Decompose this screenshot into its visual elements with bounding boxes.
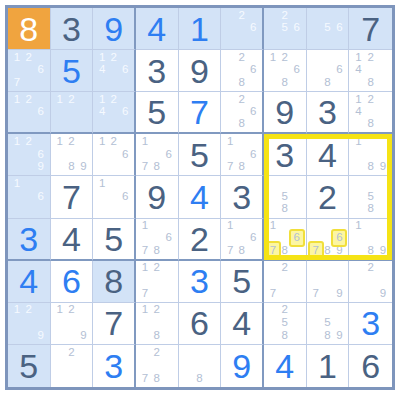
- cell-value: 5: [19, 349, 38, 383]
- pencil-mark: 2: [151, 346, 163, 359]
- cell-r3c5[interactable]: 7: [179, 92, 222, 134]
- pencil-mark: 8: [279, 203, 291, 216]
- pencil-marks: 16: [8, 176, 50, 217]
- pencil-mark: 2: [23, 93, 35, 105]
- cell-r2c8[interactable]: 68: [307, 50, 350, 92]
- cell-r4c5[interactable]: 5: [179, 134, 222, 176]
- pencil-mark: 1: [96, 135, 108, 148]
- cell-value: 9: [232, 349, 251, 383]
- cell-value: 3: [232, 180, 251, 214]
- pencil-mark: 7: [224, 244, 236, 256]
- cell-r3c7[interactable]: 9: [264, 92, 307, 134]
- pencil-mark: 6: [291, 22, 303, 35]
- cell-r1c7[interactable]: 256: [264, 8, 307, 50]
- cell-r1c6[interactable]: 26: [221, 8, 264, 50]
- pencil-mark: 9: [333, 329, 345, 342]
- pencil-mark: 4: [352, 64, 364, 77]
- pencil-mark: 1: [54, 304, 66, 317]
- pencil-mark-highlighted: 6: [331, 229, 347, 247]
- pencil-mark: 8: [365, 203, 377, 216]
- pencil-marks: 1246: [93, 50, 134, 91]
- sudoku-app: 8394126256567126751246392681268681248126…: [0, 0, 400, 398]
- pencil-marks: 58: [349, 176, 392, 217]
- cell-r6c8[interactable]: 6789: [307, 219, 350, 261]
- pencil-marks: 56: [307, 8, 349, 49]
- pencil-mark: 7: [224, 161, 236, 174]
- pencil-mark: 9: [377, 161, 389, 174]
- cell-r2c3[interactable]: 1246: [93, 50, 136, 92]
- cell-r5c9[interactable]: 58: [349, 176, 392, 218]
- cell-r3c4[interactable]: 5: [136, 92, 179, 134]
- pencil-mark: 1: [11, 135, 23, 148]
- cell-r9c3[interactable]: 3: [93, 345, 136, 387]
- pencil-mark-highlighted: 6: [289, 229, 305, 247]
- pencil-mark: 7: [139, 161, 151, 174]
- pencil-mark: 7: [139, 287, 151, 300]
- pencil-mark: 6: [247, 106, 259, 118]
- cell-r7c5[interactable]: 3: [179, 261, 222, 303]
- pencil-mark: 9: [35, 329, 47, 342]
- pencil-mark: 6: [35, 106, 47, 118]
- cell-value: 5: [232, 264, 251, 298]
- pencil-mark: 6: [119, 190, 131, 203]
- pencil-mark: 9: [333, 287, 345, 300]
- cell-r8c5[interactable]: 6: [179, 303, 222, 345]
- pencil-mark-highlighted: 7: [308, 241, 324, 259]
- cell-r6c3[interactable]: 5: [93, 219, 136, 261]
- pencil-mark: 6: [35, 148, 47, 161]
- cell-value: 9: [275, 95, 294, 129]
- pencil-marks: 29: [349, 261, 392, 302]
- pencil-mark: 4: [352, 106, 364, 118]
- pencil-mark: 2: [66, 304, 78, 317]
- cell-value: 3: [104, 349, 123, 383]
- cell-value: 4: [318, 138, 337, 172]
- cell-r4c3[interactable]: 126: [93, 134, 136, 176]
- pencil-mark: 2: [23, 304, 35, 317]
- pencil-marks: 16: [93, 176, 134, 217]
- cell-r8c7[interactable]: 258: [264, 303, 307, 345]
- cell-r2c2[interactable]: 5: [51, 50, 94, 92]
- pencil-marks: 1678: [136, 134, 178, 175]
- cell-value: 7: [190, 95, 209, 129]
- pencil-mark: 6: [119, 64, 131, 77]
- cell-r7c3[interactable]: 8: [93, 261, 136, 303]
- pencil-marks: 27: [264, 261, 306, 302]
- cell-r4c4[interactable]: 1678: [136, 134, 179, 176]
- pencil-mark: 1: [267, 220, 279, 232]
- pencil-mark: 8: [151, 244, 163, 256]
- cell-r2c1[interactable]: 1267: [8, 50, 51, 92]
- cell-value: 4: [275, 349, 294, 383]
- cell-value: 4: [19, 264, 38, 298]
- pencil-mark: 2: [279, 262, 291, 275]
- pencil-marks: 258: [264, 303, 306, 344]
- pencil-marks: 1268: [264, 50, 306, 91]
- pencil-mark: 1: [139, 220, 151, 232]
- pencil-mark: 1: [224, 220, 236, 232]
- pencil-mark: 8: [151, 329, 163, 342]
- cell-r3c2[interactable]: 12: [51, 92, 94, 134]
- pencil-marks: 68: [307, 50, 349, 91]
- pencil-mark: 6: [247, 148, 259, 161]
- pencil-mark: 6: [35, 64, 47, 77]
- cell-value: 5: [190, 138, 209, 172]
- pencil-marks: 126: [8, 92, 50, 132]
- pencil-mark: 2: [108, 51, 120, 64]
- pencil-mark: 6: [163, 148, 175, 161]
- pencil-marks: 256: [264, 8, 306, 49]
- pencil-mark: 2: [66, 135, 78, 148]
- pencil-mark: 1: [139, 135, 151, 148]
- pencil-mark: 2: [151, 304, 163, 317]
- pencil-mark: 6: [119, 106, 131, 118]
- cell-r7c8[interactable]: 79: [307, 261, 350, 303]
- pencil-mark: 5: [279, 190, 291, 203]
- pencil-marks: 1267: [8, 50, 50, 91]
- cell-r5c7[interactable]: 58: [264, 176, 307, 218]
- pencil-mark: 1: [352, 220, 364, 232]
- cell-r6c1[interactable]: 3: [8, 219, 51, 261]
- cell-r6c4[interactable]: 1678: [136, 219, 179, 261]
- pencil-marks: 126: [93, 134, 134, 175]
- pencil-mark: 1: [352, 51, 364, 64]
- cell-r8c1[interactable]: 129: [8, 303, 51, 345]
- pencil-mark: 8: [151, 372, 163, 385]
- cell-r7c2[interactable]: 6: [51, 261, 94, 303]
- cell-r9c8[interactable]: 1: [307, 345, 350, 387]
- cell-r5c6[interactable]: 3: [221, 176, 264, 218]
- sudoku-board: 8394126256567126751246392681268681248126…: [5, 5, 395, 390]
- cell-value: 7: [361, 12, 380, 46]
- pencil-mark: 1: [96, 51, 108, 64]
- pencil-mark: 6: [119, 148, 131, 161]
- cell-r2c5[interactable]: 9: [179, 50, 222, 92]
- cell-r8c3[interactable]: 7: [93, 303, 136, 345]
- cell-value: 2: [318, 180, 337, 214]
- cell-r9c7[interactable]: 4: [264, 345, 307, 387]
- cell-r8c8[interactable]: 589: [307, 303, 350, 345]
- pencil-mark: 2: [23, 135, 35, 148]
- pencil-marks: 1248: [349, 50, 392, 91]
- cell-value: 3: [318, 95, 337, 129]
- pencil-mark: 2: [151, 262, 163, 275]
- pencil-mark: 2: [279, 304, 291, 317]
- pencil-mark: 2: [236, 51, 248, 64]
- pencil-marks: 8: [179, 345, 221, 387]
- cell-r3c1[interactable]: 126: [8, 92, 51, 134]
- cell-r2c4[interactable]: 3: [136, 50, 179, 92]
- pencil-mark: 6: [247, 64, 259, 77]
- pencil-mark: 2: [365, 93, 377, 105]
- cell-value: 7: [62, 180, 81, 214]
- cell-value: 8: [104, 264, 123, 298]
- cell-value: 9: [190, 54, 209, 88]
- pencil-marks: 1678: [136, 219, 178, 259]
- cell-r2c6[interactable]: 268: [221, 50, 264, 92]
- cell-value: 3: [147, 54, 166, 88]
- cell-r4c9[interactable]: 189: [349, 134, 392, 176]
- pencil-marks: 2: [51, 345, 93, 387]
- cell-r2c7[interactable]: 1268: [264, 50, 307, 92]
- cell-value: 8: [19, 12, 38, 46]
- cell-value: 6: [62, 264, 81, 298]
- cell-value: 5: [62, 54, 81, 88]
- cell-value: 3: [361, 306, 380, 340]
- cell-value: 5: [104, 222, 123, 256]
- cell-r5c5[interactable]: 4: [179, 176, 222, 218]
- pencil-marks: 1678: [221, 219, 262, 259]
- pencil-mark: 8: [236, 77, 248, 90]
- pencil-mark: 4: [96, 64, 108, 77]
- cell-r6c7[interactable]: 1678: [264, 219, 307, 261]
- cell-r7c1[interactable]: 4: [8, 261, 51, 303]
- pencil-mark: 6: [163, 232, 175, 244]
- pencil-mark: 8: [365, 118, 377, 130]
- cell-r5c4[interactable]: 9: [136, 176, 179, 218]
- pencil-mark: 2: [236, 9, 248, 22]
- pencil-mark: 2: [279, 51, 291, 64]
- pencil-marks: 79: [307, 261, 349, 302]
- cell-r1c3[interactable]: 9: [93, 8, 136, 50]
- cell-r8c6[interactable]: 4: [221, 303, 264, 345]
- pencil-mark: 9: [77, 161, 89, 174]
- cell-r5c2[interactable]: 7: [51, 176, 94, 218]
- cell-r5c3[interactable]: 16: [93, 176, 136, 218]
- cell-value: 5: [147, 95, 166, 129]
- pencil-marks: 129: [8, 303, 50, 344]
- cell-r1c4[interactable]: 4: [136, 8, 179, 50]
- pencil-marks: 26: [221, 8, 262, 49]
- pencil-mark: 5: [365, 190, 377, 203]
- pencil-mark: 7: [139, 372, 151, 385]
- cell-r9c4[interactable]: 278: [136, 345, 179, 387]
- pencil-marks: 6789: [307, 219, 349, 259]
- cell-value: 3: [275, 138, 294, 172]
- cell-r7c7[interactable]: 27: [264, 261, 307, 303]
- cell-value: 4: [147, 12, 166, 46]
- pencil-mark: 8: [236, 244, 248, 256]
- pencil-mark: 7: [139, 244, 151, 256]
- pencil-marks: 189: [349, 219, 392, 259]
- pencil-marks: 128: [136, 303, 178, 344]
- pencil-mark: 1: [11, 177, 23, 190]
- cell-grid: 8394126256567126751246392681268681248126…: [8, 8, 392, 387]
- pencil-mark: 8: [194, 372, 206, 385]
- cell-r4c2[interactable]: 1289: [51, 134, 94, 176]
- cell-r3c6[interactable]: 268: [221, 92, 264, 134]
- cell-r6c9[interactable]: 189: [349, 219, 392, 261]
- cell-r9c1[interactable]: 5: [8, 345, 51, 387]
- pencil-mark: 1: [54, 93, 66, 105]
- cell-r6c2[interactable]: 4: [51, 219, 94, 261]
- cell-r5c1[interactable]: 16: [8, 176, 51, 218]
- pencil-mark: 8: [279, 77, 291, 90]
- cell-r1c5[interactable]: 1: [179, 8, 222, 50]
- pencil-marks: 58: [264, 176, 306, 217]
- cell-r9c9[interactable]: 6: [349, 345, 392, 387]
- cell-value: 3: [62, 12, 81, 46]
- cell-r1c9[interactable]: 7: [349, 8, 392, 50]
- cell-value: 3: [19, 222, 38, 256]
- cell-r8c9[interactable]: 3: [349, 303, 392, 345]
- cell-r2c9[interactable]: 1248: [349, 50, 392, 92]
- pencil-marks: 268: [221, 50, 262, 91]
- cell-value: 2: [190, 222, 209, 256]
- pencil-mark: 2: [108, 93, 120, 105]
- pencil-mark: 1: [54, 135, 66, 148]
- cell-value: 6: [361, 349, 380, 383]
- cell-value: 4: [62, 222, 81, 256]
- pencil-mark-highlighted: 7: [265, 241, 281, 259]
- cell-r8c4[interactable]: 128: [136, 303, 179, 345]
- cell-r4c7[interactable]: 3: [264, 134, 307, 176]
- pencil-marks: 129: [51, 303, 93, 344]
- cell-r3c9[interactable]: 1248: [349, 92, 392, 134]
- cell-value: 9: [147, 180, 166, 214]
- pencil-mark: 9: [377, 244, 389, 256]
- pencil-marks: 278: [136, 345, 178, 387]
- cell-r5c8[interactable]: 2: [307, 176, 350, 218]
- pencil-marks: 1246: [93, 92, 134, 132]
- pencil-mark: 2: [365, 51, 377, 64]
- pencil-mark: 1: [267, 51, 279, 64]
- cell-r7c6[interactable]: 5: [221, 261, 264, 303]
- pencil-mark: 8: [365, 244, 377, 256]
- pencil-mark: 2: [66, 93, 78, 105]
- pencil-mark: 6: [291, 64, 303, 77]
- pencil-mark: 9: [377, 287, 389, 300]
- pencil-mark: 8: [66, 161, 78, 174]
- pencil-mark: 5: [279, 316, 291, 329]
- pencil-mark: 5: [322, 22, 334, 35]
- pencil-mark: 8: [236, 118, 248, 130]
- pencil-marks: 268: [221, 92, 262, 132]
- pencil-mark: 8: [151, 161, 163, 174]
- pencil-mark: 8: [322, 77, 334, 90]
- pencil-marks: 1678: [264, 219, 306, 259]
- pencil-mark: 7: [267, 287, 279, 300]
- cell-r9c6[interactable]: 9: [221, 345, 264, 387]
- cell-r7c9[interactable]: 29: [349, 261, 392, 303]
- pencil-mark: 1: [96, 93, 108, 105]
- cell-value: 4: [232, 306, 251, 340]
- cell-r6c5[interactable]: 2: [179, 219, 222, 261]
- pencil-mark: 9: [35, 161, 47, 174]
- cell-value: 7: [104, 306, 123, 340]
- cell-r7c4[interactable]: 127: [136, 261, 179, 303]
- pencil-mark: 2: [23, 51, 35, 64]
- cell-r9c5[interactable]: 8: [179, 345, 222, 387]
- pencil-mark: 6: [247, 22, 259, 35]
- cell-value: 3: [190, 264, 209, 298]
- pencil-mark: 1: [139, 304, 151, 317]
- pencil-mark: 8: [279, 329, 291, 342]
- pencil-marks: 1248: [349, 92, 392, 132]
- pencil-marks: 1269: [8, 134, 50, 175]
- pencil-mark: 6: [333, 64, 345, 77]
- cell-value: 1: [190, 12, 209, 46]
- pencil-mark: 8: [365, 161, 377, 174]
- pencil-mark: 9: [77, 329, 89, 342]
- pencil-marks: 1678: [221, 134, 262, 175]
- cell-r6c6[interactable]: 1678: [221, 219, 264, 261]
- pencil-mark: 4: [96, 106, 108, 118]
- pencil-mark: 8: [365, 77, 377, 90]
- cell-value: 6: [190, 306, 209, 340]
- cell-r8c2[interactable]: 129: [51, 303, 94, 345]
- cell-r3c3[interactable]: 1246: [93, 92, 136, 134]
- pencil-mark: 5: [279, 22, 291, 35]
- pencil-marks: 189: [349, 134, 392, 175]
- pencil-mark: 2: [279, 9, 291, 22]
- pencil-mark: 2: [236, 93, 248, 105]
- pencil-mark: 6: [35, 190, 47, 203]
- cell-r4c8[interactable]: 4: [307, 134, 350, 176]
- pencil-mark: 1: [11, 93, 23, 105]
- pencil-mark: 1: [352, 93, 364, 105]
- pencil-mark: 2: [66, 346, 78, 359]
- pencil-marks: 1289: [51, 134, 93, 175]
- pencil-mark: 1: [96, 177, 108, 190]
- pencil-mark: 1: [11, 51, 23, 64]
- cell-r4c1[interactable]: 1269: [8, 134, 51, 176]
- pencil-marks: 12: [51, 92, 93, 132]
- pencil-mark: 1: [11, 304, 23, 317]
- cell-r4c6[interactable]: 1678: [221, 134, 264, 176]
- pencil-mark: 2: [108, 135, 120, 148]
- cell-r1c1[interactable]: 8: [8, 8, 51, 50]
- pencil-mark: 8: [236, 161, 248, 174]
- cell-value: 4: [190, 180, 209, 214]
- cell-value: 1: [318, 349, 337, 383]
- pencil-mark: 1: [224, 135, 236, 148]
- pencil-mark: 5: [322, 316, 334, 329]
- pencil-mark: 6: [247, 232, 259, 244]
- cell-r9c2[interactable]: 2: [51, 345, 94, 387]
- cell-value: 9: [104, 12, 123, 46]
- pencil-marks: 589: [307, 303, 349, 344]
- cell-r3c8[interactable]: 3: [307, 92, 350, 134]
- pencil-mark: 1: [139, 262, 151, 275]
- pencil-mark: 7: [11, 77, 23, 90]
- pencil-mark: 7: [310, 287, 322, 300]
- pencil-marks: 127: [136, 261, 178, 302]
- pencil-mark: 1: [352, 135, 364, 148]
- pencil-mark: 8: [322, 329, 334, 342]
- pencil-mark: 6: [333, 22, 345, 35]
- pencil-mark: 2: [365, 262, 377, 275]
- cell-r1c8[interactable]: 56: [307, 8, 350, 50]
- cell-r1c2[interactable]: 3: [51, 8, 94, 50]
